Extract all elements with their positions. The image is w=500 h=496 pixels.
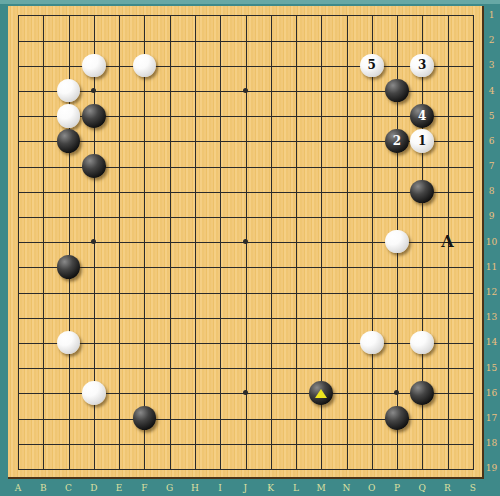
point-P9[interactable]	[384, 204, 409, 229]
point-K14[interactable]	[258, 330, 283, 355]
point-K2[interactable]	[258, 28, 283, 53]
point-L14[interactable]	[283, 330, 308, 355]
point-L11[interactable]	[283, 254, 308, 279]
point-N9[interactable]	[334, 204, 359, 229]
point-O2[interactable]	[359, 28, 384, 53]
point-G3[interactable]	[157, 53, 182, 78]
point-B12[interactable]	[31, 279, 56, 304]
point-F5[interactable]	[132, 103, 157, 128]
point-F12[interactable]	[132, 279, 157, 304]
point-Q8[interactable]	[410, 179, 435, 204]
point-L8[interactable]	[283, 179, 308, 204]
point-M14[interactable]	[309, 330, 334, 355]
point-A6[interactable]	[5, 128, 30, 153]
point-R7[interactable]	[435, 154, 460, 179]
point-L4[interactable]	[283, 78, 308, 103]
point-K18[interactable]	[258, 431, 283, 456]
point-F14[interactable]	[132, 330, 157, 355]
point-R4[interactable]	[435, 78, 460, 103]
point-C1[interactable]	[56, 2, 81, 27]
point-J3[interactable]	[233, 53, 258, 78]
point-H16[interactable]	[182, 380, 207, 405]
point-C4[interactable]	[56, 78, 81, 103]
point-O10[interactable]	[359, 229, 384, 254]
point-Q15[interactable]	[410, 355, 435, 380]
point-Q19[interactable]	[410, 456, 435, 481]
point-O3[interactable]: 5	[359, 53, 384, 78]
point-F9[interactable]	[132, 204, 157, 229]
point-F3[interactable]	[132, 53, 157, 78]
point-R11[interactable]	[435, 254, 460, 279]
point-Q6[interactable]: 1	[410, 128, 435, 153]
point-A18[interactable]	[5, 431, 30, 456]
point-I14[interactable]	[207, 330, 232, 355]
point-D16[interactable]	[81, 380, 106, 405]
point-G2[interactable]	[157, 28, 182, 53]
point-S14[interactable]	[460, 330, 485, 355]
point-A8[interactable]	[5, 179, 30, 204]
point-J16[interactable]	[233, 380, 258, 405]
point-L6[interactable]	[283, 128, 308, 153]
point-S7[interactable]	[460, 154, 485, 179]
point-F18[interactable]	[132, 431, 157, 456]
point-F11[interactable]	[132, 254, 157, 279]
point-E18[interactable]	[106, 431, 131, 456]
point-H15[interactable]	[182, 355, 207, 380]
point-K12[interactable]	[258, 279, 283, 304]
point-L9[interactable]	[283, 204, 308, 229]
point-N13[interactable]	[334, 305, 359, 330]
point-N14[interactable]	[334, 330, 359, 355]
point-A7[interactable]	[5, 154, 30, 179]
point-G11[interactable]	[157, 254, 182, 279]
point-B13[interactable]	[31, 305, 56, 330]
point-O11[interactable]	[359, 254, 384, 279]
point-S11[interactable]	[460, 254, 485, 279]
point-C8[interactable]	[56, 179, 81, 204]
point-P18[interactable]	[384, 431, 409, 456]
point-M15[interactable]	[309, 355, 334, 380]
point-E1[interactable]	[106, 2, 131, 27]
point-B1[interactable]	[31, 2, 56, 27]
point-H2[interactable]	[182, 28, 207, 53]
point-D7[interactable]	[81, 154, 106, 179]
point-B14[interactable]	[31, 330, 56, 355]
point-A4[interactable]	[5, 78, 30, 103]
point-E3[interactable]	[106, 53, 131, 78]
point-N17[interactable]	[334, 405, 359, 430]
point-R19[interactable]	[435, 456, 460, 481]
point-J12[interactable]	[233, 279, 258, 304]
point-F8[interactable]	[132, 179, 157, 204]
point-R16[interactable]	[435, 380, 460, 405]
point-B5[interactable]	[31, 103, 56, 128]
point-I3[interactable]	[207, 53, 232, 78]
point-C3[interactable]	[56, 53, 81, 78]
point-A12[interactable]	[5, 279, 30, 304]
point-I4[interactable]	[207, 78, 232, 103]
point-K1[interactable]	[258, 2, 283, 27]
point-J15[interactable]	[233, 355, 258, 380]
point-S6[interactable]	[460, 128, 485, 153]
point-Q3[interactable]: 3	[410, 53, 435, 78]
point-E9[interactable]	[106, 204, 131, 229]
point-B17[interactable]	[31, 405, 56, 430]
point-M13[interactable]	[309, 305, 334, 330]
point-G16[interactable]	[157, 380, 182, 405]
point-O19[interactable]	[359, 456, 384, 481]
point-F19[interactable]	[132, 456, 157, 481]
point-F10[interactable]	[132, 229, 157, 254]
point-J18[interactable]	[233, 431, 258, 456]
point-N6[interactable]	[334, 128, 359, 153]
point-A16[interactable]	[5, 380, 30, 405]
point-G15[interactable]	[157, 355, 182, 380]
point-S12[interactable]	[460, 279, 485, 304]
point-N7[interactable]	[334, 154, 359, 179]
point-R17[interactable]	[435, 405, 460, 430]
point-R5[interactable]	[435, 103, 460, 128]
point-C19[interactable]	[56, 456, 81, 481]
point-D5[interactable]	[81, 103, 106, 128]
point-Q4[interactable]	[410, 78, 435, 103]
point-H9[interactable]	[182, 204, 207, 229]
point-N16[interactable]	[334, 380, 359, 405]
point-C15[interactable]	[56, 355, 81, 380]
point-K6[interactable]	[258, 128, 283, 153]
point-M12[interactable]	[309, 279, 334, 304]
point-C10[interactable]	[56, 229, 81, 254]
point-M11[interactable]	[309, 254, 334, 279]
point-K8[interactable]	[258, 179, 283, 204]
point-R15[interactable]	[435, 355, 460, 380]
point-D13[interactable]	[81, 305, 106, 330]
point-H10[interactable]	[182, 229, 207, 254]
point-Q10[interactable]	[410, 229, 435, 254]
point-O14[interactable]	[359, 330, 384, 355]
point-O4[interactable]	[359, 78, 384, 103]
point-I2[interactable]	[207, 28, 232, 53]
point-I6[interactable]	[207, 128, 232, 153]
point-Q2[interactable]	[410, 28, 435, 53]
point-M7[interactable]	[309, 154, 334, 179]
point-O15[interactable]	[359, 355, 384, 380]
point-P1[interactable]	[384, 2, 409, 27]
point-Q18[interactable]	[410, 431, 435, 456]
point-E12[interactable]	[106, 279, 131, 304]
point-M1[interactable]	[309, 2, 334, 27]
point-P17[interactable]	[384, 405, 409, 430]
point-M6[interactable]	[309, 128, 334, 153]
point-G18[interactable]	[157, 431, 182, 456]
point-N5[interactable]	[334, 103, 359, 128]
point-S8[interactable]	[460, 179, 485, 204]
point-E6[interactable]	[106, 128, 131, 153]
point-C6[interactable]	[56, 128, 81, 153]
point-J10[interactable]	[233, 229, 258, 254]
point-B19[interactable]	[31, 456, 56, 481]
point-S9[interactable]	[460, 204, 485, 229]
point-P15[interactable]	[384, 355, 409, 380]
point-O12[interactable]	[359, 279, 384, 304]
point-O17[interactable]	[359, 405, 384, 430]
point-E14[interactable]	[106, 330, 131, 355]
point-L17[interactable]	[283, 405, 308, 430]
point-G4[interactable]	[157, 78, 182, 103]
point-C5[interactable]	[56, 103, 81, 128]
point-Q13[interactable]	[410, 305, 435, 330]
point-N19[interactable]	[334, 456, 359, 481]
point-P7[interactable]	[384, 154, 409, 179]
point-D1[interactable]	[81, 2, 106, 27]
point-N12[interactable]	[334, 279, 359, 304]
point-E7[interactable]	[106, 154, 131, 179]
point-I13[interactable]	[207, 305, 232, 330]
point-Q11[interactable]	[410, 254, 435, 279]
point-I5[interactable]	[207, 103, 232, 128]
point-B8[interactable]	[31, 179, 56, 204]
point-A1[interactable]	[5, 2, 30, 27]
point-O16[interactable]	[359, 380, 384, 405]
point-P12[interactable]	[384, 279, 409, 304]
point-H5[interactable]	[182, 103, 207, 128]
point-E16[interactable]	[106, 380, 131, 405]
point-P8[interactable]	[384, 179, 409, 204]
point-Q16[interactable]	[410, 380, 435, 405]
point-I16[interactable]	[207, 380, 232, 405]
point-E2[interactable]	[106, 28, 131, 53]
point-M8[interactable]	[309, 179, 334, 204]
point-K3[interactable]	[258, 53, 283, 78]
point-L19[interactable]	[283, 456, 308, 481]
point-I18[interactable]	[207, 431, 232, 456]
point-D14[interactable]	[81, 330, 106, 355]
point-K15[interactable]	[258, 355, 283, 380]
point-J17[interactable]	[233, 405, 258, 430]
point-S3[interactable]	[460, 53, 485, 78]
point-B4[interactable]	[31, 78, 56, 103]
point-S1[interactable]	[460, 2, 485, 27]
point-G7[interactable]	[157, 154, 182, 179]
point-G6[interactable]	[157, 128, 182, 153]
point-G9[interactable]	[157, 204, 182, 229]
point-D2[interactable]	[81, 28, 106, 53]
point-B3[interactable]	[31, 53, 56, 78]
point-H4[interactable]	[182, 78, 207, 103]
point-J14[interactable]	[233, 330, 258, 355]
point-D12[interactable]	[81, 279, 106, 304]
point-J2[interactable]	[233, 28, 258, 53]
point-C2[interactable]	[56, 28, 81, 53]
point-K11[interactable]	[258, 254, 283, 279]
point-E10[interactable]	[106, 229, 131, 254]
point-E4[interactable]	[106, 78, 131, 103]
point-O8[interactable]	[359, 179, 384, 204]
point-S18[interactable]	[460, 431, 485, 456]
point-J13[interactable]	[233, 305, 258, 330]
point-E5[interactable]	[106, 103, 131, 128]
point-C13[interactable]	[56, 305, 81, 330]
point-G12[interactable]	[157, 279, 182, 304]
point-P4[interactable]	[384, 78, 409, 103]
point-I10[interactable]	[207, 229, 232, 254]
point-M9[interactable]	[309, 204, 334, 229]
point-F2[interactable]	[132, 28, 157, 53]
point-C12[interactable]	[56, 279, 81, 304]
point-I12[interactable]	[207, 279, 232, 304]
point-R10[interactable]: A	[435, 229, 460, 254]
point-I9[interactable]	[207, 204, 232, 229]
point-J11[interactable]	[233, 254, 258, 279]
point-A19[interactable]	[5, 456, 30, 481]
point-C16[interactable]	[56, 380, 81, 405]
point-N4[interactable]	[334, 78, 359, 103]
point-C7[interactable]	[56, 154, 81, 179]
point-S13[interactable]	[460, 305, 485, 330]
point-J4[interactable]	[233, 78, 258, 103]
point-C11[interactable]	[56, 254, 81, 279]
point-M10[interactable]	[309, 229, 334, 254]
point-H3[interactable]	[182, 53, 207, 78]
point-O5[interactable]	[359, 103, 384, 128]
point-S5[interactable]	[460, 103, 485, 128]
point-K4[interactable]	[258, 78, 283, 103]
point-I11[interactable]	[207, 254, 232, 279]
point-G17[interactable]	[157, 405, 182, 430]
point-R6[interactable]	[435, 128, 460, 153]
point-F6[interactable]	[132, 128, 157, 153]
point-A15[interactable]	[5, 355, 30, 380]
point-I17[interactable]	[207, 405, 232, 430]
point-K19[interactable]	[258, 456, 283, 481]
point-K17[interactable]	[258, 405, 283, 430]
point-R14[interactable]	[435, 330, 460, 355]
point-P13[interactable]	[384, 305, 409, 330]
point-O1[interactable]	[359, 2, 384, 27]
point-R13[interactable]	[435, 305, 460, 330]
point-N18[interactable]	[334, 431, 359, 456]
point-M3[interactable]	[309, 53, 334, 78]
point-I7[interactable]	[207, 154, 232, 179]
point-K5[interactable]	[258, 103, 283, 128]
point-E11[interactable]	[106, 254, 131, 279]
point-G5[interactable]	[157, 103, 182, 128]
point-D15[interactable]	[81, 355, 106, 380]
point-B9[interactable]	[31, 204, 56, 229]
point-H12[interactable]	[182, 279, 207, 304]
point-E15[interactable]	[106, 355, 131, 380]
point-A2[interactable]	[5, 28, 30, 53]
point-R8[interactable]	[435, 179, 460, 204]
point-E19[interactable]	[106, 456, 131, 481]
point-O7[interactable]	[359, 154, 384, 179]
point-R18[interactable]	[435, 431, 460, 456]
point-E13[interactable]	[106, 305, 131, 330]
point-Q1[interactable]	[410, 2, 435, 27]
point-H8[interactable]	[182, 179, 207, 204]
point-H19[interactable]	[182, 456, 207, 481]
point-H11[interactable]	[182, 254, 207, 279]
point-E17[interactable]	[106, 405, 131, 430]
point-S10[interactable]	[460, 229, 485, 254]
point-N8[interactable]	[334, 179, 359, 204]
point-G8[interactable]	[157, 179, 182, 204]
point-Q9[interactable]	[410, 204, 435, 229]
point-C17[interactable]	[56, 405, 81, 430]
point-B2[interactable]	[31, 28, 56, 53]
point-A13[interactable]	[5, 305, 30, 330]
point-P11[interactable]	[384, 254, 409, 279]
point-R2[interactable]	[435, 28, 460, 53]
point-R9[interactable]	[435, 204, 460, 229]
point-L5[interactable]	[283, 103, 308, 128]
point-K13[interactable]	[258, 305, 283, 330]
point-P2[interactable]	[384, 28, 409, 53]
point-J6[interactable]	[233, 128, 258, 153]
point-A9[interactable]	[5, 204, 30, 229]
point-G19[interactable]	[157, 456, 182, 481]
point-D6[interactable]	[81, 128, 106, 153]
point-D9[interactable]	[81, 204, 106, 229]
point-N3[interactable]	[334, 53, 359, 78]
point-B15[interactable]	[31, 355, 56, 380]
point-N10[interactable]	[334, 229, 359, 254]
point-P5[interactable]	[384, 103, 409, 128]
point-F13[interactable]	[132, 305, 157, 330]
point-E8[interactable]	[106, 179, 131, 204]
point-A11[interactable]	[5, 254, 30, 279]
point-H18[interactable]	[182, 431, 207, 456]
point-K10[interactable]	[258, 229, 283, 254]
point-D10[interactable]	[81, 229, 106, 254]
point-L16[interactable]	[283, 380, 308, 405]
point-F15[interactable]	[132, 355, 157, 380]
point-L3[interactable]	[283, 53, 308, 78]
point-H6[interactable]	[182, 128, 207, 153]
point-R12[interactable]	[435, 279, 460, 304]
point-M4[interactable]	[309, 78, 334, 103]
point-P14[interactable]	[384, 330, 409, 355]
point-N2[interactable]	[334, 28, 359, 53]
point-S16[interactable]	[460, 380, 485, 405]
point-Q12[interactable]	[410, 279, 435, 304]
point-H13[interactable]	[182, 305, 207, 330]
point-I8[interactable]	[207, 179, 232, 204]
point-S4[interactable]	[460, 78, 485, 103]
point-D3[interactable]	[81, 53, 106, 78]
point-M18[interactable]	[309, 431, 334, 456]
point-C9[interactable]	[56, 204, 81, 229]
point-L15[interactable]	[283, 355, 308, 380]
point-R1[interactable]	[435, 2, 460, 27]
point-P3[interactable]	[384, 53, 409, 78]
point-F16[interactable]	[132, 380, 157, 405]
point-G1[interactable]	[157, 2, 182, 27]
point-O6[interactable]	[359, 128, 384, 153]
point-Q7[interactable]	[410, 154, 435, 179]
point-G10[interactable]	[157, 229, 182, 254]
point-Q17[interactable]	[410, 405, 435, 430]
point-A10[interactable]	[5, 229, 30, 254]
point-F17[interactable]	[132, 405, 157, 430]
point-D8[interactable]	[81, 179, 106, 204]
point-O18[interactable]	[359, 431, 384, 456]
point-K9[interactable]	[258, 204, 283, 229]
point-F1[interactable]	[132, 2, 157, 27]
point-G13[interactable]	[157, 305, 182, 330]
point-S17[interactable]	[460, 405, 485, 430]
point-M5[interactable]	[309, 103, 334, 128]
